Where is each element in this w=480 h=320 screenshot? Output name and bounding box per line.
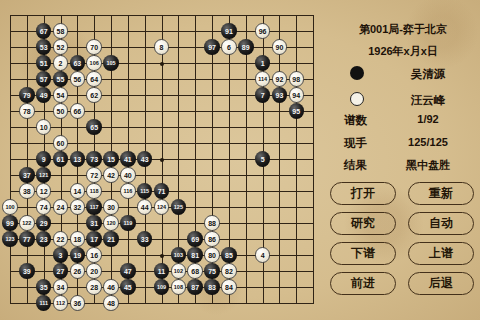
stone-115: 115 <box>137 183 153 199</box>
stone-27: 27 <box>53 263 69 279</box>
stone-21: 21 <box>103 231 119 247</box>
open-button[interactable]: 打开 <box>330 182 396 205</box>
stone-55: 55 <box>53 71 69 87</box>
stone-98: 98 <box>289 71 305 87</box>
grid-line <box>279 15 280 304</box>
study-button[interactable]: 研究 <box>330 212 396 235</box>
forward-button[interactable]: 前进 <box>330 272 396 295</box>
go-board[interactable]: 1234567891011121314151617181920212223242… <box>0 0 344 320</box>
result-label: 结果 <box>344 158 367 173</box>
black-player-name: 吴清源 <box>388 67 468 82</box>
stone-29: 29 <box>36 215 52 231</box>
stone-57: 57 <box>36 71 52 87</box>
stone-47: 47 <box>120 263 136 279</box>
stone-17: 17 <box>86 231 102 247</box>
stone-88: 88 <box>204 215 220 231</box>
star-point <box>160 62 164 66</box>
stone-33: 33 <box>137 231 153 247</box>
stone-73: 73 <box>86 151 102 167</box>
stone-81: 81 <box>187 247 203 263</box>
stone-23: 23 <box>36 231 52 247</box>
stone-85: 85 <box>221 247 237 263</box>
stone-96: 96 <box>255 23 271 39</box>
stone-11: 11 <box>154 263 170 279</box>
stone-66: 66 <box>70 103 86 119</box>
stone-28: 28 <box>86 279 102 295</box>
stone-86: 86 <box>204 231 220 247</box>
stone-24: 24 <box>53 199 69 215</box>
game-date: 1926年x月x日 <box>326 44 480 59</box>
stone-68: 68 <box>187 263 203 279</box>
restart-button[interactable]: 重新 <box>408 182 474 205</box>
stone-108: 108 <box>171 279 187 295</box>
stone-35: 35 <box>36 279 52 295</box>
stone-120: 120 <box>103 215 119 231</box>
stone-8: 8 <box>154 39 170 55</box>
stone-44: 44 <box>137 199 153 215</box>
stone-92: 92 <box>272 71 288 87</box>
stone-72: 72 <box>86 167 102 183</box>
stone-64: 64 <box>86 71 102 87</box>
stone-90: 90 <box>272 39 288 55</box>
stone-19: 19 <box>70 247 86 263</box>
game-title: 第001局-弈于北京 <box>326 22 480 37</box>
stone-13: 13 <box>70 151 86 167</box>
stone-49: 49 <box>36 87 52 103</box>
stone-82: 82 <box>221 263 237 279</box>
stone-61: 61 <box>53 151 69 167</box>
current-move-label: 现手 <box>344 136 367 151</box>
stone-51: 51 <box>36 55 52 71</box>
stone-94: 94 <box>289 87 305 103</box>
current-move-value: 125/125 <box>388 136 468 148</box>
stone-69: 69 <box>187 231 203 247</box>
stone-48: 48 <box>103 295 119 311</box>
stone-70: 70 <box>86 39 102 55</box>
stone-5: 5 <box>255 151 271 167</box>
stone-32: 32 <box>70 199 86 215</box>
stone-26: 26 <box>70 263 86 279</box>
stone-67: 67 <box>36 23 52 39</box>
stone-3: 3 <box>53 247 69 263</box>
stone-39: 39 <box>19 263 35 279</box>
stone-42: 42 <box>103 167 119 183</box>
grid-line <box>296 15 297 304</box>
stone-121: 121 <box>36 167 52 183</box>
stone-125: 125 <box>171 199 187 215</box>
stone-124: 124 <box>154 199 170 215</box>
stone-83: 83 <box>204 279 220 295</box>
grid-line <box>10 223 314 224</box>
stone-56: 56 <box>70 71 86 87</box>
stone-102: 102 <box>171 263 187 279</box>
record-count-value: 1/92 <box>388 113 468 125</box>
stone-53: 53 <box>36 39 52 55</box>
grid-line <box>313 15 314 304</box>
stone-1: 1 <box>255 55 271 71</box>
stone-123: 123 <box>2 231 18 247</box>
backward-button[interactable]: 后退 <box>408 272 474 295</box>
auto-button[interactable]: 自动 <box>408 212 474 235</box>
stone-16: 16 <box>86 247 102 263</box>
grid-line <box>246 15 247 304</box>
stone-52: 52 <box>53 39 69 55</box>
stone-58: 58 <box>53 23 69 39</box>
stone-36: 36 <box>70 295 86 311</box>
stone-38: 38 <box>19 183 35 199</box>
stone-43: 43 <box>137 151 153 167</box>
star-point <box>160 254 164 258</box>
stone-93: 93 <box>272 87 288 103</box>
white-player-name: 汪云峰 <box>388 93 468 108</box>
stone-65: 65 <box>86 119 102 135</box>
stone-31: 31 <box>86 215 102 231</box>
star-point <box>160 158 164 162</box>
stone-75: 75 <box>204 263 220 279</box>
stone-106: 106 <box>86 55 102 71</box>
stone-34: 34 <box>53 279 69 295</box>
stone-50: 50 <box>53 103 69 119</box>
stone-116: 116 <box>120 183 136 199</box>
stone-112: 112 <box>53 295 69 311</box>
stone-46: 46 <box>103 279 119 295</box>
stone-109: 109 <box>154 279 170 295</box>
stone-41: 41 <box>120 151 136 167</box>
black-stone-icon <box>350 66 364 80</box>
stone-89: 89 <box>238 39 254 55</box>
stone-54: 54 <box>53 87 69 103</box>
white-stone-icon <box>350 92 364 106</box>
prev-record-button[interactable]: 上谱 <box>408 242 474 265</box>
stone-71: 71 <box>154 183 170 199</box>
stone-100: 100 <box>2 199 18 215</box>
stone-97: 97 <box>204 39 220 55</box>
stone-80: 80 <box>204 247 220 263</box>
stone-95: 95 <box>289 103 305 119</box>
stone-9: 9 <box>36 151 52 167</box>
stone-114: 114 <box>255 71 271 87</box>
stone-4: 4 <box>255 247 271 263</box>
stone-118: 118 <box>86 183 102 199</box>
stone-84: 84 <box>221 279 237 295</box>
stone-78: 78 <box>19 103 35 119</box>
stone-103: 103 <box>171 247 187 263</box>
record-count-label: 谱数 <box>344 113 367 128</box>
stone-30: 30 <box>103 199 119 215</box>
stone-7: 7 <box>255 87 271 103</box>
info-panel: 第001局-弈于北京 1926年x月x日 吴清源 汪云峰 谱数 1/92 现手 … <box>326 0 480 320</box>
result-value: 黑中盘胜 <box>388 158 468 173</box>
stone-20: 20 <box>86 263 102 279</box>
stone-99: 99 <box>2 215 18 231</box>
stone-14: 14 <box>70 183 86 199</box>
stone-37: 37 <box>19 167 35 183</box>
stone-87: 87 <box>187 279 203 295</box>
stone-22: 22 <box>53 231 69 247</box>
stone-117: 117 <box>86 199 102 215</box>
stone-91: 91 <box>221 23 237 39</box>
stone-122: 122 <box>19 215 35 231</box>
stone-40: 40 <box>120 167 136 183</box>
stone-105: 105 <box>103 55 119 71</box>
stone-45: 45 <box>120 279 136 295</box>
stone-119: 119 <box>120 215 136 231</box>
stone-10: 10 <box>36 119 52 135</box>
stone-6: 6 <box>221 39 237 55</box>
stone-62: 62 <box>86 87 102 103</box>
stone-111: 111 <box>36 295 52 311</box>
stone-2: 2 <box>53 55 69 71</box>
stone-60: 60 <box>53 135 69 151</box>
stone-15: 15 <box>103 151 119 167</box>
stone-79: 79 <box>19 87 35 103</box>
stone-74: 74 <box>36 199 52 215</box>
stone-12: 12 <box>36 183 52 199</box>
stone-63: 63 <box>70 55 86 71</box>
next-record-button[interactable]: 下谱 <box>330 242 396 265</box>
grid-line <box>10 175 314 176</box>
stone-18: 18 <box>70 231 86 247</box>
stone-77: 77 <box>19 231 35 247</box>
